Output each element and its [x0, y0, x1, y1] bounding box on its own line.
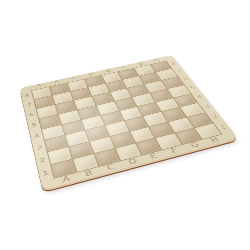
board-grid: [31, 61, 222, 179]
product-photo-scene: ABCDEFGH ABCDEFGH 87654321 87654321: [0, 0, 250, 250]
